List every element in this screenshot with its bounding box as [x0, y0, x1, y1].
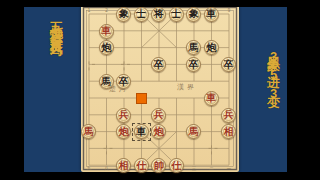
letterbox-left — [0, 0, 24, 180]
piece-red-c2r6[interactable]: 兵 — [115, 107, 133, 124]
piece-black-c4r0[interactable]: 将 — [150, 6, 168, 23]
piece-black-c2r4[interactable]: 卒 — [115, 73, 133, 90]
selected-piece-box — [132, 123, 151, 141]
piece-red-c6r7[interactable]: 馬 — [185, 124, 203, 141]
piece-red-c2r7[interactable]: 炮 — [115, 124, 133, 141]
piece-black-c6r0[interactable]: 象 — [185, 6, 203, 23]
piece-black-c4r3[interactable]: 卒 — [150, 56, 168, 73]
piece-black-c3r0[interactable]: 士 — [133, 6, 151, 23]
piece-black-c8r3[interactable]: 卒 — [220, 56, 238, 73]
piece-red-c8r7[interactable]: 相 — [220, 124, 238, 141]
piece-black-c7r2[interactable]: 炮 — [203, 40, 221, 57]
piece-red-c1r1[interactable]: 車 — [98, 23, 116, 40]
piece-black-c1r2[interactable]: 炮 — [98, 40, 116, 57]
letterbox-top — [0, 0, 320, 7]
letterbox-right — [287, 0, 320, 180]
piece-black-c6r3[interactable]: 卒 — [185, 56, 203, 73]
piece-black-c5r0[interactable]: 士 — [168, 6, 186, 23]
xiangqi-board[interactable]: 楚河 漢界 123456789 九八七六五四三二一 象士将士象車車炮馬炮卒卒卒馬… — [81, 5, 239, 172]
piece-red-c4r6[interactable]: 兵 — [150, 107, 168, 124]
piece-black-c7r0[interactable]: 車 — [203, 6, 221, 23]
opening-title-left: 五七炮进三兵对屏风马 — [47, 11, 65, 37]
piece-black-c1r4[interactable]: 馬 — [98, 73, 116, 90]
piece-black-c6r2[interactable]: 馬 — [185, 40, 203, 57]
board-grid: 象士将士象車車炮馬炮卒卒卒馬卒車兵兵兵馬炮車炮馬相相仕帥仕 — [80, 6, 238, 174]
piece-black-c3r7[interactable]: 車 — [133, 124, 151, 141]
letterbox-bottom — [0, 172, 320, 180]
piece-black-c2r0[interactable]: 象 — [115, 6, 133, 23]
piece-red-c7r5[interactable]: 車 — [203, 90, 221, 107]
video-background: 五七炮进三兵对屏风马 黑象3进5变3 — [0, 0, 320, 180]
piece-red-c0r7[interactable]: 馬 — [80, 124, 98, 141]
piece-red-c4r7[interactable]: 炮 — [150, 124, 168, 141]
piece-red-c8r6[interactable]: 兵 — [220, 107, 238, 124]
variation-title-right: 黑象3进5变3 — [264, 46, 282, 102]
last-move-marker — [133, 90, 151, 107]
